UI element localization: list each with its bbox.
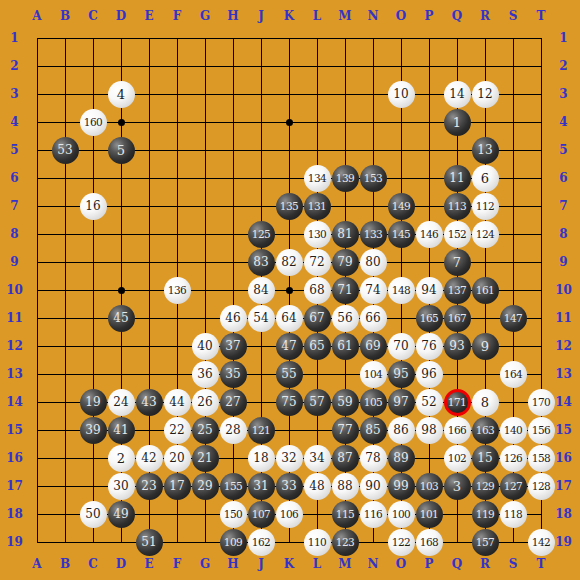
stone-black-31: 31 — [248, 473, 275, 500]
stone-black-9: 9 — [472, 333, 499, 360]
col-label-top-L: L — [303, 7, 331, 24]
stone-black-137: 137 — [444, 277, 471, 304]
stone-black-93: 93 — [444, 333, 471, 360]
stone-black-87: 87 — [332, 445, 359, 472]
stone-white-100: 100 — [388, 501, 415, 528]
stone-white-170: 170 — [528, 389, 555, 416]
stone-white-32: 32 — [276, 445, 303, 472]
stone-white-88: 88 — [332, 473, 359, 500]
stone-white-16: 16 — [80, 193, 107, 220]
stone-black-107: 107 — [248, 501, 275, 528]
stone-black-161: 161 — [472, 277, 499, 304]
stone-black-65: 65 — [304, 333, 331, 360]
stone-white-84: 84 — [248, 277, 275, 304]
stone-white-76: 76 — [416, 333, 443, 360]
col-label-bottom-D: D — [107, 555, 135, 572]
stone-black-155: 155 — [220, 473, 247, 500]
stone-white-146: 146 — [416, 221, 443, 248]
stone-white-46: 46 — [220, 305, 247, 332]
stone-white-90: 90 — [360, 473, 387, 500]
stone-white-98: 98 — [416, 417, 443, 444]
stone-black-41: 41 — [108, 417, 135, 444]
stone-black-125: 125 — [248, 221, 275, 248]
stone-white-168: 168 — [416, 529, 443, 556]
stone-white-68: 68 — [304, 277, 331, 304]
row-label-right-3: 3 — [552, 80, 575, 108]
stone-white-8: 8 — [472, 389, 499, 416]
col-label-top-A: A — [23, 7, 51, 24]
stone-black-129: 129 — [472, 473, 499, 500]
stone-white-70: 70 — [388, 333, 415, 360]
stone-black-105: 105 — [360, 389, 387, 416]
stone-white-48: 48 — [304, 473, 331, 500]
row-labels-right: 12345678910111213141516171819 — [552, 24, 575, 556]
stone-black-121: 121 — [248, 417, 275, 444]
stone-white-66: 66 — [360, 305, 387, 332]
stone-black-59: 59 — [332, 389, 359, 416]
stone-white-110: 110 — [304, 529, 331, 556]
col-label-bottom-L: L — [303, 555, 331, 572]
col-label-top-M: M — [331, 7, 359, 24]
stone-white-116: 116 — [360, 501, 387, 528]
stone-white-80: 80 — [360, 249, 387, 276]
stone-black-29: 29 — [192, 473, 219, 500]
row-label-right-16: 16 — [552, 444, 575, 472]
stone-white-136: 136 — [164, 277, 191, 304]
stone-white-140: 140 — [500, 417, 527, 444]
stone-white-52: 52 — [416, 389, 443, 416]
row-label-right-12: 12 — [552, 332, 575, 360]
row-label-right-10: 10 — [552, 276, 575, 304]
col-label-bottom-B: B — [51, 555, 79, 572]
stone-white-54: 54 — [248, 305, 275, 332]
stone-white-14: 14 — [444, 81, 471, 108]
stone-white-104: 104 — [360, 361, 387, 388]
stone-white-18: 18 — [248, 445, 275, 472]
col-label-top-B: B — [51, 7, 79, 24]
col-label-bottom-P: P — [415, 555, 443, 572]
stone-black-103: 103 — [416, 473, 443, 500]
row-label-right-1: 1 — [552, 24, 575, 52]
stone-black-67: 67 — [304, 305, 331, 332]
row-label-right-2: 2 — [552, 52, 575, 80]
stone-black-75: 75 — [276, 389, 303, 416]
stone-black-33: 33 — [276, 473, 303, 500]
stone-white-64: 64 — [276, 305, 303, 332]
col-label-bottom-Q: Q — [443, 555, 471, 572]
col-label-top-G: G — [191, 7, 219, 24]
col-label-bottom-O: O — [387, 555, 415, 572]
stone-white-112: 112 — [472, 193, 499, 220]
row-label-right-5: 5 — [552, 136, 575, 164]
stone-white-26: 26 — [192, 389, 219, 416]
stone-white-156: 156 — [528, 417, 555, 444]
stone-black-35: 35 — [220, 361, 247, 388]
stone-white-24: 24 — [108, 389, 135, 416]
stone-black-1: 1 — [444, 109, 471, 136]
stone-black-49: 49 — [108, 501, 135, 528]
stone-black-11: 11 — [444, 165, 471, 192]
star-point-K4 — [286, 119, 293, 126]
col-label-top-P: P — [415, 7, 443, 24]
col-label-top-J: J — [247, 7, 275, 24]
stone-black-99: 99 — [388, 473, 415, 500]
stone-black-81: 81 — [332, 221, 359, 248]
stone-white-150: 150 — [220, 501, 247, 528]
stone-white-42: 42 — [136, 445, 163, 472]
stone-black-115: 115 — [332, 501, 359, 528]
row-label-right-6: 6 — [552, 164, 575, 192]
stone-black-167: 167 — [444, 305, 471, 332]
stone-black-97: 97 — [388, 389, 415, 416]
stone-white-96: 96 — [416, 361, 443, 388]
row-label-right-13: 13 — [552, 360, 575, 388]
stone-white-34: 34 — [304, 445, 331, 472]
stone-black-43: 43 — [136, 389, 163, 416]
stone-white-152: 152 — [444, 221, 471, 248]
stone-black-77: 77 — [332, 417, 359, 444]
stone-white-2: 2 — [108, 445, 135, 472]
column-labels-top: ABCDEFGHJKLMNOPQRST — [23, 7, 555, 24]
stone-black-145: 145 — [388, 221, 415, 248]
row-label-right-14: 14 — [552, 388, 575, 416]
col-label-bottom-S: S — [499, 555, 527, 572]
col-label-top-R: R — [471, 7, 499, 24]
col-label-bottom-K: K — [275, 555, 303, 572]
col-label-bottom-J: J — [247, 555, 275, 572]
stone-white-56: 56 — [332, 305, 359, 332]
stone-white-118: 118 — [500, 501, 527, 528]
stone-black-19: 19 — [80, 389, 107, 416]
col-label-bottom-F: F — [163, 555, 191, 572]
stone-black-3: 3 — [444, 473, 471, 500]
stone-black-39: 39 — [80, 417, 107, 444]
col-label-bottom-C: C — [79, 555, 107, 572]
stone-black-85: 85 — [360, 417, 387, 444]
stone-black-45: 45 — [108, 305, 135, 332]
stone-black-109: 109 — [220, 529, 247, 556]
stone-black-149: 149 — [388, 193, 415, 220]
col-label-top-Q: Q — [443, 7, 471, 24]
stone-black-157: 157 — [472, 529, 499, 556]
col-label-top-H: H — [219, 7, 247, 24]
stone-black-25: 25 — [192, 417, 219, 444]
col-label-top-N: N — [359, 7, 387, 24]
col-label-top-S: S — [499, 7, 527, 24]
row-label-right-18: 18 — [552, 500, 575, 528]
stone-black-21: 21 — [192, 445, 219, 472]
stone-white-164: 164 — [500, 361, 527, 388]
stone-white-36: 36 — [192, 361, 219, 388]
row-label-right-8: 8 — [552, 220, 575, 248]
stone-white-102: 102 — [444, 445, 471, 472]
stone-black-53: 53 — [52, 137, 79, 164]
stone-black-61: 61 — [332, 333, 359, 360]
stone-white-158: 158 — [528, 445, 555, 472]
stone-white-22: 22 — [164, 417, 191, 444]
stone-black-13: 13 — [472, 137, 499, 164]
stone-black-23: 23 — [136, 473, 163, 500]
stone-white-142: 142 — [528, 529, 555, 556]
col-label-top-K: K — [275, 7, 303, 24]
stone-white-78: 78 — [360, 445, 387, 472]
stone-black-127: 127 — [500, 473, 527, 500]
stone-white-124: 124 — [472, 221, 499, 248]
stone-black-133: 133 — [360, 221, 387, 248]
stone-black-119: 119 — [472, 501, 499, 528]
stone-white-106: 106 — [276, 501, 303, 528]
col-label-bottom-G: G — [191, 555, 219, 572]
stone-white-122: 122 — [388, 529, 415, 556]
stone-black-17: 17 — [164, 473, 191, 500]
stone-white-4: 4 — [108, 81, 135, 108]
stone-white-44: 44 — [164, 389, 191, 416]
stone-white-148: 148 — [388, 277, 415, 304]
star-point-D4 — [118, 119, 125, 126]
stone-white-74: 74 — [360, 277, 387, 304]
stone-black-123: 123 — [332, 529, 359, 556]
col-label-bottom-H: H — [219, 555, 247, 572]
stone-black-163: 163 — [472, 417, 499, 444]
stone-black-5: 5 — [108, 137, 135, 164]
stone-black-7: 7 — [444, 249, 471, 276]
row-label-right-11: 11 — [552, 304, 575, 332]
col-label-top-D: D — [107, 7, 135, 24]
stone-black-131: 131 — [304, 193, 331, 220]
stone-white-40: 40 — [192, 333, 219, 360]
stone-black-57: 57 — [304, 389, 331, 416]
col-label-top-C: C — [79, 7, 107, 24]
stone-white-50: 50 — [80, 501, 107, 528]
stone-white-128: 128 — [528, 473, 555, 500]
stone-black-47: 47 — [276, 333, 303, 360]
stone-white-94: 94 — [416, 277, 443, 304]
stone-black-95: 95 — [388, 361, 415, 388]
col-label-bottom-E: E — [135, 555, 163, 572]
stone-white-82: 82 — [276, 249, 303, 276]
stone-black-135: 135 — [276, 193, 303, 220]
stones-layer: 4101412160153513134139153116161351311491… — [23, 24, 555, 556]
stone-black-71: 71 — [332, 277, 359, 304]
stone-black-113: 113 — [444, 193, 471, 220]
col-label-bottom-T: T — [527, 555, 555, 572]
row-label-right-9: 9 — [552, 248, 575, 276]
stone-black-139: 139 — [332, 165, 359, 192]
star-point-D10 — [118, 287, 125, 294]
stone-white-12: 12 — [472, 81, 499, 108]
stone-white-160: 160 — [80, 109, 107, 136]
stone-white-10: 10 — [388, 81, 415, 108]
stone-black-37: 37 — [220, 333, 247, 360]
stone-white-6: 6 — [472, 165, 499, 192]
row-label-right-7: 7 — [552, 192, 575, 220]
stone-white-130: 130 — [304, 221, 331, 248]
stone-black-89: 89 — [388, 445, 415, 472]
stone-white-28: 28 — [220, 417, 247, 444]
col-label-top-E: E — [135, 7, 163, 24]
stone-white-126: 126 — [500, 445, 527, 472]
stone-black-79: 79 — [332, 249, 359, 276]
stone-black-27: 27 — [220, 389, 247, 416]
col-label-bottom-R: R — [471, 555, 499, 572]
stone-black-55: 55 — [276, 361, 303, 388]
stone-white-162: 162 — [248, 529, 275, 556]
stone-white-166: 166 — [444, 417, 471, 444]
col-label-top-O: O — [387, 7, 415, 24]
stone-black-153: 153 — [360, 165, 387, 192]
stone-black-147: 147 — [500, 305, 527, 332]
column-labels-bottom: ABCDEFGHJKLMNOPQRST — [23, 555, 555, 572]
row-label-right-19: 19 — [552, 528, 575, 556]
stone-black-171-last-move: 171 — [444, 389, 471, 416]
stone-black-101: 101 — [416, 501, 443, 528]
star-point-K10 — [286, 287, 293, 294]
stone-white-72: 72 — [304, 249, 331, 276]
col-label-bottom-A: A — [23, 555, 51, 572]
stone-black-83: 83 — [248, 249, 275, 276]
stone-black-165: 165 — [416, 305, 443, 332]
row-label-right-17: 17 — [552, 472, 575, 500]
col-label-top-T: T — [527, 7, 555, 24]
stone-white-20: 20 — [164, 445, 191, 472]
stone-black-15: 15 — [472, 445, 499, 472]
stone-white-30: 30 — [108, 473, 135, 500]
row-label-right-4: 4 — [552, 108, 575, 136]
stone-black-69: 69 — [360, 333, 387, 360]
row-label-right-15: 15 — [552, 416, 575, 444]
stone-black-51: 51 — [136, 529, 163, 556]
col-label-top-F: F — [163, 7, 191, 24]
goban: ABCDEFGHJKLMNOPQRST ABCDEFGHJKLMNOPQRST … — [0, 0, 580, 580]
stone-white-134: 134 — [304, 165, 331, 192]
stone-white-86: 86 — [388, 417, 415, 444]
col-label-bottom-M: M — [331, 555, 359, 572]
col-label-bottom-N: N — [359, 555, 387, 572]
